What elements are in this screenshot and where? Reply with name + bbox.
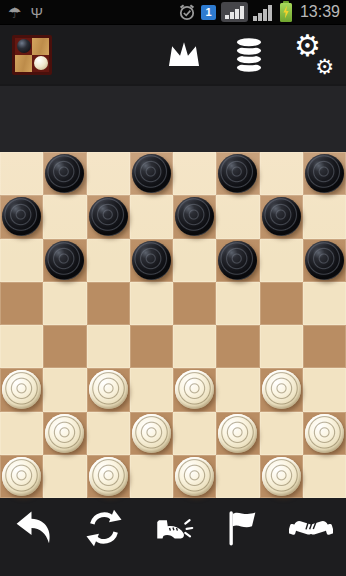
square-h2[interactable]: ⛀ <box>303 412 346 455</box>
square-g8[interactable] <box>260 152 303 195</box>
lightning-bolt-icon <box>282 6 290 19</box>
square-a3[interactable]: ⛀ <box>0 368 43 411</box>
signal-sim1-icon <box>221 2 248 22</box>
square-e5[interactable] <box>173 282 216 325</box>
bottom-toolbar <box>0 498 346 576</box>
square-a7[interactable]: ⛂ <box>0 195 43 238</box>
white-man[interactable]: ⛀ <box>2 370 41 409</box>
white-man[interactable]: ⛀ <box>45 414 84 453</box>
square-b2[interactable]: ⛀ <box>43 412 86 455</box>
square-a4[interactable] <box>0 325 43 368</box>
square-g1[interactable]: ⛀ <box>260 455 303 498</box>
white-man[interactable]: ⛀ <box>305 414 344 453</box>
battery-charging-icon <box>280 3 292 22</box>
signal-bar <box>253 16 257 21</box>
black-man[interactable]: ⛂ <box>89 197 128 236</box>
draw-offer-button[interactable] <box>285 505 337 551</box>
umbrella-icon: ☂ <box>8 5 21 20</box>
signal-bar <box>230 12 234 19</box>
black-man[interactable]: ⛂ <box>305 241 344 280</box>
square-h8[interactable]: ⛂ <box>303 152 346 195</box>
black-man[interactable]: ⛂ <box>175 197 214 236</box>
square-e6[interactable] <box>173 239 216 282</box>
app-icon-black-piece <box>17 39 31 53</box>
square-c2[interactable] <box>87 412 130 455</box>
square-e7[interactable]: ⛂ <box>173 195 216 238</box>
square-b7[interactable] <box>43 195 86 238</box>
resign-button[interactable] <box>216 505 268 551</box>
undo-button[interactable] <box>9 505 61 551</box>
square-a6[interactable] <box>0 239 43 282</box>
app-icon-square <box>15 55 32 72</box>
square-b5[interactable] <box>43 282 86 325</box>
square-d4[interactable] <box>130 325 173 368</box>
alarm-icon <box>178 3 196 21</box>
undo-arrow-icon <box>14 507 56 549</box>
square-b6[interactable]: ⛂ <box>43 239 86 282</box>
white-man[interactable]: ⛀ <box>89 457 128 496</box>
square-f1[interactable] <box>216 455 259 498</box>
square-g5[interactable] <box>260 282 303 325</box>
white-man[interactable]: ⛀ <box>89 370 128 409</box>
square-c7[interactable]: ⛂ <box>87 195 130 238</box>
action-bar-buttons: ⚙ ⚙ <box>164 33 334 77</box>
signal-bar <box>268 5 272 21</box>
phone-screen: ☂ Ψ 1 13 <box>0 0 346 576</box>
black-man[interactable]: ⛂ <box>132 241 171 280</box>
app-icon-white-piece <box>34 56 48 70</box>
kick-boot-icon <box>152 508 194 548</box>
restart-button[interactable] <box>78 505 130 551</box>
checkers-app-icon[interactable] <box>12 35 52 75</box>
black-man[interactable]: ⛂ <box>262 197 301 236</box>
black-man[interactable]: ⛂ <box>45 241 84 280</box>
handshake-icon <box>289 508 333 548</box>
black-man[interactable]: ⛂ <box>132 154 171 193</box>
square-d3[interactable] <box>130 368 173 411</box>
square-f8[interactable]: ⛂ <box>216 152 259 195</box>
square-g4[interactable] <box>260 325 303 368</box>
signal-bar <box>235 9 239 19</box>
message-area <box>0 84 346 152</box>
status-bar: ☂ Ψ 1 13 <box>0 0 346 25</box>
status-clock: 13:39 <box>300 3 340 21</box>
white-man[interactable]: ⛀ <box>175 370 214 409</box>
square-a1[interactable]: ⛀ <box>0 455 43 498</box>
square-c3[interactable]: ⛀ <box>87 368 130 411</box>
square-c5[interactable] <box>87 282 130 325</box>
square-a8[interactable] <box>0 152 43 195</box>
square-e8[interactable] <box>173 152 216 195</box>
white-man[interactable]: ⛀ <box>132 414 171 453</box>
square-c8[interactable] <box>87 152 130 195</box>
coins-stack-icon <box>232 34 266 76</box>
black-man[interactable]: ⛂ <box>45 154 84 193</box>
square-f6[interactable]: ⛂ <box>216 239 259 282</box>
square-a5[interactable] <box>0 282 43 325</box>
crown-button[interactable] <box>164 33 204 77</box>
black-man[interactable]: ⛂ <box>218 241 257 280</box>
square-b4[interactable] <box>43 325 86 368</box>
kick-button[interactable] <box>147 505 199 551</box>
app-icon-square <box>32 38 49 55</box>
black-man[interactable]: ⛂ <box>218 154 257 193</box>
square-g6[interactable] <box>260 239 303 282</box>
signal-bar <box>263 9 267 21</box>
square-g3[interactable]: ⛀ <box>260 368 303 411</box>
action-bar: ⚙ ⚙ <box>0 25 346 84</box>
white-man[interactable]: ⛀ <box>262 457 301 496</box>
usb-icon: Ψ <box>30 5 43 20</box>
square-d6[interactable]: ⛂ <box>130 239 173 282</box>
square-h5[interactable] <box>303 282 346 325</box>
square-h1[interactable] <box>303 455 346 498</box>
square-h4[interactable] <box>303 325 346 368</box>
notification-count-badge: 1 <box>201 5 216 20</box>
square-d7[interactable] <box>130 195 173 238</box>
square-d8[interactable]: ⛂ <box>130 152 173 195</box>
restart-cycle-icon <box>84 507 124 549</box>
black-man[interactable]: ⛂ <box>305 154 344 193</box>
square-a2[interactable] <box>0 412 43 455</box>
square-d2[interactable]: ⛀ <box>130 412 173 455</box>
square-g2[interactable] <box>260 412 303 455</box>
square-h6[interactable]: ⛂ <box>303 239 346 282</box>
square-c4[interactable] <box>87 325 130 368</box>
white-man[interactable]: ⛀ <box>218 414 257 453</box>
gear-small-icon: ⚙ <box>315 56 334 77</box>
signal-bar <box>240 6 244 19</box>
white-man[interactable]: ⛀ <box>175 457 214 496</box>
square-f7[interactable] <box>216 195 259 238</box>
square-f4[interactable] <box>216 325 259 368</box>
white-man[interactable]: ⛀ <box>2 457 41 496</box>
signal-sim2-icon <box>253 4 272 21</box>
settings-button[interactable]: ⚙ ⚙ <box>294 33 334 77</box>
square-e2[interactable] <box>173 412 216 455</box>
checkers-board[interactable]: ⛂⛂⛂⛂⛂⛂⛂⛂⛂⛂⛂⛂⛀⛀⛀⛀⛀⛀⛀⛀⛀⛀⛀⛀ <box>0 152 346 498</box>
square-h3[interactable] <box>303 368 346 411</box>
square-f2[interactable]: ⛀ <box>216 412 259 455</box>
app-icon-square <box>15 38 32 55</box>
crown-icon <box>165 39 203 71</box>
square-h7[interactable] <box>303 195 346 238</box>
square-e1[interactable]: ⛀ <box>173 455 216 498</box>
black-man[interactable]: ⛂ <box>2 197 41 236</box>
square-f5[interactable] <box>216 282 259 325</box>
square-d1[interactable] <box>130 455 173 498</box>
square-c1[interactable]: ⛀ <box>87 455 130 498</box>
square-c6[interactable] <box>87 239 130 282</box>
square-b3[interactable] <box>43 368 86 411</box>
square-g7[interactable]: ⛂ <box>260 195 303 238</box>
signal-bar <box>225 15 229 19</box>
status-bar-left: ☂ Ψ <box>4 5 43 20</box>
app-icon-square <box>32 55 49 72</box>
signal-bar <box>258 13 262 21</box>
square-f3[interactable] <box>216 368 259 411</box>
coins-button[interactable] <box>229 33 269 77</box>
flag-icon <box>222 507 262 549</box>
square-b8[interactable]: ⛂ <box>43 152 86 195</box>
square-d5[interactable] <box>130 282 173 325</box>
square-e3[interactable]: ⛀ <box>173 368 216 411</box>
square-b1[interactable] <box>43 455 86 498</box>
white-man[interactable]: ⛀ <box>262 370 301 409</box>
square-e4[interactable] <box>173 325 216 368</box>
status-bar-right: 1 13:39 <box>178 2 342 22</box>
gears-icon: ⚙ ⚙ <box>294 33 334 77</box>
